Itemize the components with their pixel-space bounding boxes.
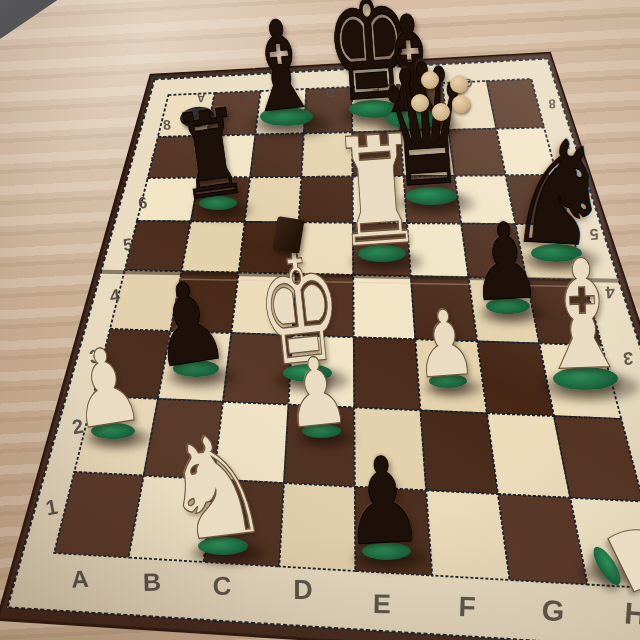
chess-photo-stage: ABCDEFGHABCDEFGH1234567887654321 ♚♝♝♛♜♞♜… (0, 0, 640, 640)
chess-board: ABCDEFGHABCDEFGH1234567887654321 (0, 0, 640, 640)
board-lighting (0, 53, 640, 640)
